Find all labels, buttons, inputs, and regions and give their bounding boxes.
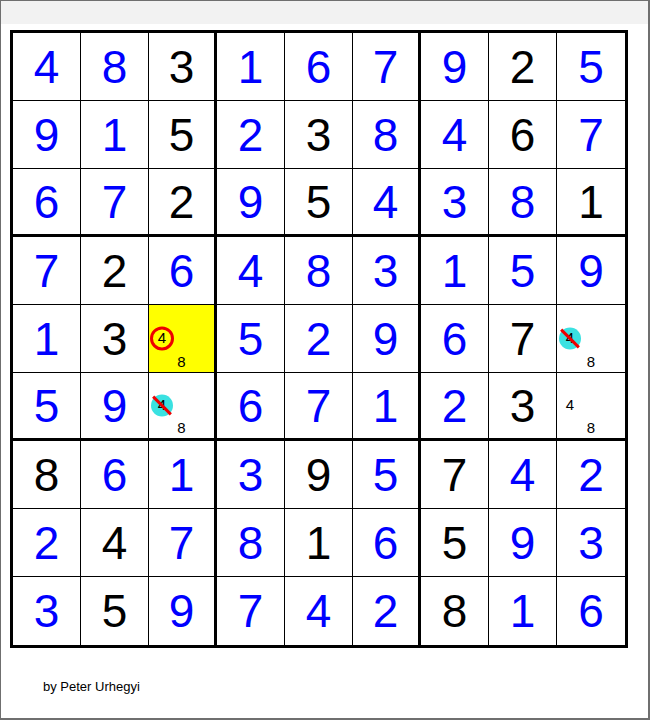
user-digit: 1 — [442, 248, 468, 294]
given-digit: 9 — [306, 452, 332, 498]
user-digit: 6 — [169, 248, 195, 294]
cell-r3c8[interactable]: 8 — [489, 169, 557, 237]
user-digit: 1 — [34, 316, 60, 362]
user-digit: 5 — [34, 383, 60, 429]
user-digit: 7 — [306, 383, 332, 429]
user-digit: 9 — [238, 179, 264, 225]
given-digit: 5 — [169, 112, 195, 158]
user-digit: 3 — [442, 179, 468, 225]
cell-r9c6[interactable]: 2 — [353, 577, 421, 645]
user-digit: 9 — [373, 316, 399, 362]
given-digit: 7 — [510, 316, 536, 362]
given-digit: 5 — [306, 179, 332, 225]
given-digit: 5 — [442, 520, 468, 566]
cell-r6c5[interactable]: 7 — [285, 373, 353, 441]
cell-r5c1[interactable]: 1 — [13, 305, 81, 373]
cell-r9c8[interactable]: 1 — [489, 577, 557, 645]
cell-r2c6[interactable]: 8 — [353, 101, 421, 169]
user-digit: 7 — [102, 179, 128, 225]
user-digit: 4 — [306, 588, 332, 634]
cell-r5c2[interactable]: 3 — [81, 305, 149, 373]
user-digit: 5 — [510, 248, 536, 294]
given-digit: 7 — [442, 452, 468, 498]
cell-r9c4[interactable]: 7 — [217, 577, 285, 645]
user-digit: 7 — [238, 588, 264, 634]
cell-r4c5[interactable]: 8 — [285, 237, 353, 305]
cell-r6c7[interactable]: 2 — [421, 373, 489, 441]
user-digit: 2 — [34, 520, 60, 566]
candidate-digit-8: 8 — [587, 354, 595, 371]
user-digit: 7 — [169, 520, 195, 566]
given-digit: 8 — [34, 452, 60, 498]
cell-r4c8[interactable]: 5 — [489, 237, 557, 305]
user-digit: 1 — [510, 588, 536, 634]
given-digit: 2 — [169, 179, 195, 225]
user-digit: 2 — [373, 588, 399, 634]
cell-r7c9[interactable]: 2 — [557, 441, 625, 509]
cell-r1c4[interactable]: 1 — [217, 33, 285, 101]
cell-r4c7[interactable]: 1 — [421, 237, 489, 305]
user-digit: 2 — [238, 112, 264, 158]
user-digit: 4 — [34, 44, 60, 90]
given-digit: 2 — [510, 44, 536, 90]
user-digit: 9 — [510, 520, 536, 566]
cell-r5c4[interactable]: 5 — [217, 305, 285, 373]
cell-r6c9[interactable]: 48 — [557, 373, 625, 441]
cell-r3c4[interactable]: 9 — [217, 169, 285, 237]
user-digit: 8 — [102, 44, 128, 90]
pencil-mark-4: 4 — [557, 325, 583, 351]
cell-r6c4[interactable]: 6 — [217, 373, 285, 441]
cell-r1c8[interactable]: 2 — [489, 33, 557, 101]
cell-r8c3[interactable]: 7 — [149, 509, 217, 577]
pencil-mark-4: 4 — [149, 325, 175, 351]
given-digit: 6 — [510, 112, 536, 158]
cell-r5c5[interactable]: 2 — [285, 305, 353, 373]
user-digit: 3 — [34, 588, 60, 634]
user-digit: 6 — [34, 179, 60, 225]
cell-r7c5[interactable]: 9 — [285, 441, 353, 509]
cell-r1c5[interactable]: 6 — [285, 33, 353, 101]
cell-r8c7[interactable]: 5 — [421, 509, 489, 577]
candidate-digit-8: 8 — [177, 354, 185, 371]
given-digit: 1 — [578, 179, 604, 225]
cell-r7c3[interactable]: 1 — [149, 441, 217, 509]
candidate-digit-8: 8 — [587, 420, 595, 437]
user-digit: 4 — [442, 112, 468, 158]
user-digit: 5 — [238, 316, 264, 362]
cell-r9c9[interactable]: 6 — [557, 577, 625, 645]
cell-r2c4[interactable]: 2 — [217, 101, 285, 169]
cell-r2c5[interactable]: 3 — [285, 101, 353, 169]
cell-r8c8[interactable]: 9 — [489, 509, 557, 577]
given-digit: 3 — [306, 112, 332, 158]
cell-r1c2[interactable]: 8 — [81, 33, 149, 101]
cell-r4c6[interactable]: 3 — [353, 237, 421, 305]
cell-r9c5[interactable]: 4 — [285, 577, 353, 645]
sudoku-board: 4831679259152384676729543817264831591348… — [10, 30, 628, 648]
user-digit: 7 — [578, 112, 604, 158]
cell-r3c7[interactable]: 3 — [421, 169, 489, 237]
user-digit: 1 — [102, 112, 128, 158]
cell-r2c1[interactable]: 9 — [13, 101, 81, 169]
cell-r5c9[interactable]: 48 — [557, 305, 625, 373]
cell-r4c2[interactable]: 2 — [81, 237, 149, 305]
cell-r5c7[interactable]: 6 — [421, 305, 489, 373]
user-digit: 1 — [373, 383, 399, 429]
cell-r5c3[interactable]: 48 — [149, 305, 217, 373]
cell-r1c7[interactable]: 9 — [421, 33, 489, 101]
cell-r8c2[interactable]: 4 — [81, 509, 149, 577]
cell-r1c1[interactable]: 4 — [13, 33, 81, 101]
user-digit: 9 — [578, 248, 604, 294]
candidate-digit-4: 4 — [158, 329, 166, 346]
cell-r9c7[interactable]: 8 — [421, 577, 489, 645]
cell-r8c6[interactable]: 6 — [353, 509, 421, 577]
user-digit: 1 — [169, 452, 195, 498]
user-digit: 5 — [373, 452, 399, 498]
given-digit: 3 — [102, 316, 128, 362]
user-digit: 4 — [510, 452, 536, 498]
user-digit: 6 — [442, 316, 468, 362]
given-digit: 3 — [510, 383, 536, 429]
user-digit: 3 — [578, 520, 604, 566]
cell-r2c8[interactable]: 6 — [489, 101, 557, 169]
user-digit: 8 — [510, 179, 536, 225]
cell-r3c6[interactable]: 4 — [353, 169, 421, 237]
cell-r3c3[interactable]: 2 — [149, 169, 217, 237]
cell-r4c4[interactable]: 4 — [217, 237, 285, 305]
user-digit: 4 — [373, 179, 399, 225]
given-digit: 1 — [306, 520, 332, 566]
user-digit: 9 — [442, 44, 468, 90]
candidate-digit-4: 4 — [566, 396, 574, 413]
given-digit: 5 — [102, 588, 128, 634]
pencil-mark-4: 4 — [149, 392, 175, 418]
cell-r4c9[interactable]: 9 — [557, 237, 625, 305]
cell-r1c9[interactable]: 5 — [557, 33, 625, 101]
cell-r3c2[interactable]: 7 — [81, 169, 149, 237]
cell-r7c2[interactable]: 6 — [81, 441, 149, 509]
cell-r6c1[interactable]: 5 — [13, 373, 81, 441]
cell-r9c3[interactable]: 9 — [149, 577, 217, 645]
cell-r2c7[interactable]: 4 — [421, 101, 489, 169]
user-digit: 8 — [238, 520, 264, 566]
cell-r5c6[interactable]: 9 — [353, 305, 421, 373]
cell-r1c6[interactable]: 7 — [353, 33, 421, 101]
user-digit: 6 — [102, 452, 128, 498]
user-digit: 8 — [373, 112, 399, 158]
user-digit: 1 — [238, 44, 264, 90]
cell-r4c3[interactable]: 6 — [149, 237, 217, 305]
cell-r2c9[interactable]: 7 — [557, 101, 625, 169]
cell-r3c1[interactable]: 6 — [13, 169, 81, 237]
user-digit: 3 — [238, 452, 264, 498]
user-digit: 9 — [169, 588, 195, 634]
cell-r7c1[interactable]: 8 — [13, 441, 81, 509]
user-digit: 2 — [306, 316, 332, 362]
cell-r9c2[interactable]: 5 — [81, 577, 149, 645]
cell-r3c9[interactable]: 1 — [557, 169, 625, 237]
cell-r7c6[interactable]: 5 — [353, 441, 421, 509]
user-digit: 9 — [102, 383, 128, 429]
cell-r4c1[interactable]: 7 — [13, 237, 81, 305]
pencil-mark-4: 4 — [557, 392, 583, 418]
given-digit: 4 — [102, 520, 128, 566]
cell-r8c9[interactable]: 3 — [557, 509, 625, 577]
given-digit: 3 — [169, 44, 195, 90]
user-digit: 7 — [373, 44, 399, 90]
cell-r2c2[interactable]: 1 — [81, 101, 149, 169]
given-digit: 8 — [442, 588, 468, 634]
cell-r7c8[interactable]: 4 — [489, 441, 557, 509]
cell-r6c2[interactable]: 9 — [81, 373, 149, 441]
user-digit: 2 — [442, 383, 468, 429]
cell-r6c8[interactable]: 3 — [489, 373, 557, 441]
user-digit: 3 — [373, 248, 399, 294]
top-bar — [1, 1, 648, 24]
cell-r6c3[interactable]: 48 — [149, 373, 217, 441]
cell-r5c8[interactable]: 7 — [489, 305, 557, 373]
user-digit: 2 — [578, 452, 604, 498]
cell-r8c4[interactable]: 8 — [217, 509, 285, 577]
candidate-digit-8: 8 — [177, 420, 185, 437]
cell-r8c5[interactable]: 1 — [285, 509, 353, 577]
cell-r6c6[interactable]: 1 — [353, 373, 421, 441]
cell-r7c4[interactable]: 3 — [217, 441, 285, 509]
author-credit: by Peter Urhegyi — [43, 679, 140, 694]
user-digit: 6 — [238, 383, 264, 429]
user-digit: 6 — [373, 520, 399, 566]
given-digit: 2 — [102, 248, 128, 294]
user-digit: 8 — [306, 248, 332, 294]
user-digit: 9 — [34, 112, 60, 158]
cell-r3c5[interactable]: 5 — [285, 169, 353, 237]
cell-r9c1[interactable]: 3 — [13, 577, 81, 645]
user-digit: 6 — [306, 44, 332, 90]
cell-r1c3[interactable]: 3 — [149, 33, 217, 101]
user-digit: 6 — [578, 588, 604, 634]
cell-r7c7[interactable]: 7 — [421, 441, 489, 509]
cell-r2c3[interactable]: 5 — [149, 101, 217, 169]
cell-r8c1[interactable]: 2 — [13, 509, 81, 577]
app-window: 4831679259152384676729543817264831591348… — [0, 0, 650, 720]
user-digit: 5 — [578, 44, 604, 90]
user-digit: 4 — [238, 248, 264, 294]
user-digit: 7 — [34, 248, 60, 294]
